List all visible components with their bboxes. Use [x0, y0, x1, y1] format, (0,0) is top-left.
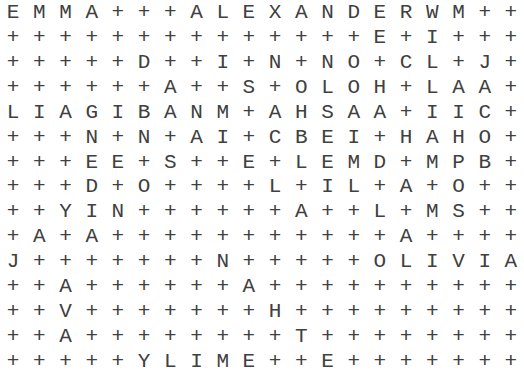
grid-cell-empty[interactable]: +: [0, 50, 26, 75]
grid-cell-empty[interactable]: +: [393, 150, 419, 175]
grid-cell-empty[interactable]: +: [52, 249, 78, 274]
grid-cell-empty[interactable]: +: [131, 25, 157, 50]
grid-cell-empty[interactable]: +: [131, 324, 157, 349]
grid-cell-empty[interactable]: +: [157, 274, 183, 299]
grid-cell-empty[interactable]: +: [236, 125, 262, 150]
grid-cell-empty[interactable]: +: [236, 25, 262, 50]
grid-cell-letter[interactable]: B: [288, 125, 314, 150]
grid-cell-empty[interactable]: +: [314, 324, 340, 349]
grid-cell-empty[interactable]: +: [0, 274, 26, 299]
grid-cell-letter[interactable]: C: [472, 100, 498, 125]
grid-cell-empty[interactable]: +: [79, 50, 105, 75]
grid-cell-letter[interactable]: J: [472, 50, 498, 75]
grid-cell-letter[interactable]: Y: [131, 349, 157, 374]
grid-cell-letter[interactable]: I: [105, 100, 131, 125]
grid-cell-empty[interactable]: +: [445, 50, 471, 75]
grid-cell-empty[interactable]: +: [105, 324, 131, 349]
grid-cell-empty[interactable]: +: [288, 299, 314, 324]
grid-cell-empty[interactable]: +: [419, 224, 445, 249]
grid-cell-empty[interactable]: +: [79, 299, 105, 324]
grid-cell-empty[interactable]: +: [445, 299, 471, 324]
grid-cell-empty[interactable]: +: [367, 324, 393, 349]
grid-cell-empty[interactable]: +: [26, 324, 52, 349]
grid-cell-empty[interactable]: +: [262, 274, 288, 299]
grid-cell-letter[interactable]: N: [79, 125, 105, 150]
grid-cell-letter[interactable]: B: [131, 100, 157, 125]
grid-cell-empty[interactable]: +: [367, 50, 393, 75]
grid-cell-letter[interactable]: B: [472, 150, 498, 175]
grid-cell-empty[interactable]: +: [0, 324, 26, 349]
grid-cell-empty[interactable]: +: [236, 50, 262, 75]
grid-cell-empty[interactable]: +: [367, 175, 393, 200]
grid-cell-empty[interactable]: +: [183, 50, 209, 75]
grid-cell-letter[interactable]: L: [0, 100, 26, 125]
grid-cell-letter[interactable]: I: [419, 25, 445, 50]
grid-cell-letter[interactable]: L: [210, 0, 236, 25]
grid-cell-empty[interactable]: +: [131, 199, 157, 224]
grid-cell-letter[interactable]: E: [236, 150, 262, 175]
grid-cell-empty[interactable]: +: [393, 274, 419, 299]
grid-cell-empty[interactable]: +: [157, 299, 183, 324]
grid-cell-empty[interactable]: +: [288, 50, 314, 75]
grid-cell-empty[interactable]: +: [210, 224, 236, 249]
grid-cell-empty[interactable]: +: [210, 274, 236, 299]
grid-cell-letter[interactable]: O: [367, 249, 393, 274]
grid-cell-empty[interactable]: +: [26, 50, 52, 75]
grid-cell-letter[interactable]: E: [79, 150, 105, 175]
grid-cell-empty[interactable]: +: [314, 274, 340, 299]
grid-cell-empty[interactable]: +: [367, 299, 393, 324]
grid-cell-empty[interactable]: +: [393, 299, 419, 324]
grid-cell-letter[interactable]: L: [419, 50, 445, 75]
grid-cell-empty[interactable]: +: [131, 150, 157, 175]
grid-cell-letter[interactable]: T: [288, 324, 314, 349]
grid-cell-letter[interactable]: I: [183, 349, 209, 374]
grid-cell-empty[interactable]: +: [52, 75, 78, 100]
grid-cell-empty[interactable]: +: [498, 75, 524, 100]
grid-cell-empty[interactable]: +: [131, 249, 157, 274]
grid-cell-letter[interactable]: N: [314, 50, 340, 75]
grid-cell-letter[interactable]: A: [183, 0, 209, 25]
grid-cell-empty[interactable]: +: [79, 274, 105, 299]
grid-cell-empty[interactable]: +: [341, 324, 367, 349]
grid-cell-letter[interactable]: M: [419, 199, 445, 224]
grid-cell-letter[interactable]: A: [288, 199, 314, 224]
grid-cell-empty[interactable]: +: [105, 224, 131, 249]
grid-cell-empty[interactable]: +: [105, 0, 131, 25]
grid-cell-letter[interactable]: G: [79, 100, 105, 125]
grid-cell-empty[interactable]: +: [445, 349, 471, 374]
grid-cell-letter[interactable]: L: [419, 75, 445, 100]
grid-cell-empty[interactable]: +: [236, 199, 262, 224]
grid-cell-empty[interactable]: +: [367, 349, 393, 374]
grid-cell-empty[interactable]: +: [341, 249, 367, 274]
grid-cell-letter[interactable]: A: [445, 75, 471, 100]
grid-cell-empty[interactable]: +: [472, 25, 498, 50]
grid-cell-letter[interactable]: A: [262, 100, 288, 125]
grid-cell-empty[interactable]: +: [26, 125, 52, 150]
grid-cell-empty[interactable]: +: [183, 75, 209, 100]
grid-cell-letter[interactable]: E: [314, 150, 340, 175]
grid-cell-empty[interactable]: +: [157, 50, 183, 75]
grid-cell-letter[interactable]: M: [341, 150, 367, 175]
grid-cell-letter[interactable]: A: [393, 224, 419, 249]
grid-cell-empty[interactable]: +: [393, 100, 419, 125]
grid-cell-empty[interactable]: +: [157, 324, 183, 349]
grid-cell-letter[interactable]: M: [52, 0, 78, 25]
grid-cell-letter[interactable]: Y: [52, 199, 78, 224]
grid-cell-empty[interactable]: +: [262, 349, 288, 374]
grid-cell-empty[interactable]: +: [393, 349, 419, 374]
grid-cell-empty[interactable]: +: [0, 199, 26, 224]
grid-cell-empty[interactable]: +: [419, 324, 445, 349]
grid-cell-letter[interactable]: E: [314, 349, 340, 374]
grid-cell-empty[interactable]: +: [498, 274, 524, 299]
grid-cell-empty[interactable]: +: [314, 199, 340, 224]
grid-cell-letter[interactable]: A: [236, 274, 262, 299]
grid-cell-letter[interactable]: A: [183, 125, 209, 150]
grid-cell-letter[interactable]: I: [314, 175, 340, 200]
grid-cell-letter[interactable]: N: [183, 100, 209, 125]
grid-cell-empty[interactable]: +: [498, 0, 524, 25]
grid-cell-empty[interactable]: +: [105, 299, 131, 324]
grid-cell-empty[interactable]: +: [157, 199, 183, 224]
grid-cell-empty[interactable]: +: [183, 199, 209, 224]
grid-cell-letter[interactable]: S: [236, 75, 262, 100]
grid-cell-empty[interactable]: +: [472, 349, 498, 374]
grid-cell-letter[interactable]: N: [210, 249, 236, 274]
grid-cell-empty[interactable]: +: [0, 175, 26, 200]
grid-cell-letter[interactable]: D: [341, 0, 367, 25]
grid-cell-letter[interactable]: H: [367, 75, 393, 100]
grid-cell-letter[interactable]: A: [52, 100, 78, 125]
grid-cell-empty[interactable]: +: [26, 199, 52, 224]
grid-cell-letter[interactable]: A: [419, 125, 445, 150]
grid-cell-empty[interactable]: +: [0, 25, 26, 50]
grid-cell-empty[interactable]: +: [419, 274, 445, 299]
grid-cell-empty[interactable]: +: [367, 125, 393, 150]
grid-cell-empty[interactable]: +: [472, 274, 498, 299]
grid-cell-empty[interactable]: +: [52, 125, 78, 150]
grid-cell-empty[interactable]: +: [288, 349, 314, 374]
grid-cell-letter[interactable]: O: [472, 125, 498, 150]
grid-cell-letter[interactable]: V: [445, 249, 471, 274]
grid-cell-empty[interactable]: +: [52, 150, 78, 175]
grid-cell-letter[interactable]: O: [288, 75, 314, 100]
grid-cell-empty[interactable]: +: [445, 25, 471, 50]
grid-cell-empty[interactable]: +: [498, 299, 524, 324]
grid-cell-letter[interactable]: H: [288, 100, 314, 125]
grid-cell-letter[interactable]: O: [341, 75, 367, 100]
grid-cell-empty[interactable]: +: [131, 75, 157, 100]
grid-cell-empty[interactable]: +: [210, 25, 236, 50]
grid-cell-letter[interactable]: D: [131, 50, 157, 75]
grid-cell-letter[interactable]: J: [0, 249, 26, 274]
grid-cell-letter[interactable]: W: [419, 0, 445, 25]
grid-cell-letter[interactable]: P: [445, 150, 471, 175]
grid-cell-empty[interactable]: +: [472, 175, 498, 200]
grid-cell-empty[interactable]: +: [52, 349, 78, 374]
grid-cell-letter[interactable]: M: [210, 100, 236, 125]
grid-cell-empty[interactable]: +: [26, 299, 52, 324]
grid-cell-letter[interactable]: A: [393, 175, 419, 200]
grid-cell-empty[interactable]: +: [183, 249, 209, 274]
grid-cell-empty[interactable]: +: [210, 299, 236, 324]
grid-cell-empty[interactable]: +: [157, 25, 183, 50]
grid-cell-empty[interactable]: +: [445, 274, 471, 299]
grid-cell-empty[interactable]: +: [26, 75, 52, 100]
grid-cell-empty[interactable]: +: [262, 75, 288, 100]
grid-cell-letter[interactable]: E: [314, 125, 340, 150]
grid-cell-letter[interactable]: H: [393, 125, 419, 150]
grid-cell-empty[interactable]: +: [183, 274, 209, 299]
grid-cell-empty[interactable]: +: [314, 224, 340, 249]
grid-cell-empty[interactable]: +: [183, 150, 209, 175]
grid-cell-letter[interactable]: A: [79, 0, 105, 25]
grid-cell-empty[interactable]: +: [393, 324, 419, 349]
grid-cell-empty[interactable]: +: [0, 150, 26, 175]
grid-cell-letter[interactable]: I: [472, 249, 498, 274]
grid-cell-letter[interactable]: A: [341, 100, 367, 125]
grid-cell-empty[interactable]: +: [52, 25, 78, 50]
grid-cell-letter[interactable]: M: [26, 0, 52, 25]
grid-cell-empty[interactable]: +: [445, 224, 471, 249]
grid-cell-letter[interactable]: S: [157, 150, 183, 175]
grid-cell-empty[interactable]: +: [183, 224, 209, 249]
grid-cell-empty[interactable]: +: [341, 224, 367, 249]
grid-cell-empty[interactable]: +: [341, 199, 367, 224]
grid-cell-empty[interactable]: +: [288, 224, 314, 249]
grid-cell-empty[interactable]: +: [419, 299, 445, 324]
grid-cell-letter[interactable]: N: [131, 125, 157, 150]
grid-cell-empty[interactable]: +: [419, 175, 445, 200]
grid-cell-empty[interactable]: +: [341, 274, 367, 299]
grid-cell-empty[interactable]: +: [341, 349, 367, 374]
grid-cell-empty[interactable]: +: [105, 25, 131, 50]
grid-cell-empty[interactable]: +: [498, 349, 524, 374]
grid-cell-empty[interactable]: +: [79, 249, 105, 274]
grid-cell-empty[interactable]: +: [314, 25, 340, 50]
grid-cell-empty[interactable]: +: [79, 324, 105, 349]
grid-cell-letter[interactable]: L: [288, 150, 314, 175]
grid-cell-letter[interactable]: R: [393, 0, 419, 25]
grid-cell-empty[interactable]: +: [26, 25, 52, 50]
grid-cell-letter[interactable]: L: [393, 249, 419, 274]
grid-cell-empty[interactable]: +: [472, 224, 498, 249]
grid-cell-letter[interactable]: I: [341, 125, 367, 150]
grid-cell-empty[interactable]: +: [262, 199, 288, 224]
grid-cell-empty[interactable]: +: [236, 224, 262, 249]
grid-cell-empty[interactable]: +: [472, 199, 498, 224]
grid-cell-empty[interactable]: +: [105, 249, 131, 274]
grid-cell-empty[interactable]: +: [341, 299, 367, 324]
grid-cell-letter[interactable]: S: [445, 199, 471, 224]
grid-cell-empty[interactable]: +: [183, 299, 209, 324]
grid-cell-empty[interactable]: +: [183, 25, 209, 50]
grid-cell-letter[interactable]: O: [131, 175, 157, 200]
grid-cell-empty[interactable]: +: [183, 175, 209, 200]
grid-cell-letter[interactable]: D: [79, 175, 105, 200]
grid-cell-letter[interactable]: X: [262, 0, 288, 25]
grid-cell-empty[interactable]: +: [393, 199, 419, 224]
grid-cell-empty[interactable]: +: [288, 274, 314, 299]
grid-cell-empty[interactable]: +: [498, 150, 524, 175]
grid-cell-letter[interactable]: I: [419, 100, 445, 125]
grid-cell-empty[interactable]: +: [262, 224, 288, 249]
grid-cell-empty[interactable]: +: [131, 224, 157, 249]
grid-cell-letter[interactable]: E: [236, 349, 262, 374]
grid-cell-empty[interactable]: +: [0, 299, 26, 324]
grid-cell-empty[interactable]: +: [236, 299, 262, 324]
grid-cell-letter[interactable]: L: [314, 75, 340, 100]
grid-cell-empty[interactable]: +: [26, 249, 52, 274]
grid-cell-letter[interactable]: L: [341, 175, 367, 200]
grid-cell-empty[interactable]: +: [288, 25, 314, 50]
grid-cell-empty[interactable]: +: [498, 224, 524, 249]
grid-cell-letter[interactable]: E: [236, 0, 262, 25]
grid-cell-letter[interactable]: I: [26, 100, 52, 125]
grid-cell-empty[interactable]: +: [131, 274, 157, 299]
grid-cell-empty[interactable]: +: [314, 299, 340, 324]
grid-cell-letter[interactable]: A: [472, 75, 498, 100]
grid-cell-empty[interactable]: +: [288, 175, 314, 200]
grid-cell-empty[interactable]: +: [183, 324, 209, 349]
grid-cell-letter[interactable]: O: [341, 50, 367, 75]
grid-cell-empty[interactable]: +: [498, 175, 524, 200]
grid-cell-letter[interactable]: V: [52, 299, 78, 324]
grid-cell-empty[interactable]: +: [26, 175, 52, 200]
grid-cell-letter[interactable]: A: [288, 0, 314, 25]
grid-cell-empty[interactable]: +: [498, 25, 524, 50]
grid-cell-empty[interactable]: +: [472, 299, 498, 324]
grid-cell-empty[interactable]: +: [236, 100, 262, 125]
grid-cell-letter[interactable]: D: [367, 150, 393, 175]
grid-cell-letter[interactable]: L: [157, 349, 183, 374]
grid-cell-empty[interactable]: +: [341, 25, 367, 50]
grid-cell-empty[interactable]: +: [0, 224, 26, 249]
grid-cell-letter[interactable]: A: [157, 100, 183, 125]
grid-cell-empty[interactable]: +: [262, 324, 288, 349]
grid-cell-empty[interactable]: +: [210, 175, 236, 200]
grid-cell-letter[interactable]: E: [367, 25, 393, 50]
grid-cell-empty[interactable]: +: [105, 75, 131, 100]
grid-cell-empty[interactable]: +: [79, 349, 105, 374]
grid-cell-letter[interactable]: A: [52, 324, 78, 349]
grid-cell-letter[interactable]: A: [79, 224, 105, 249]
grid-cell-letter[interactable]: M: [419, 150, 445, 175]
grid-cell-empty[interactable]: +: [236, 249, 262, 274]
grid-cell-empty[interactable]: +: [105, 175, 131, 200]
grid-cell-letter[interactable]: M: [445, 0, 471, 25]
grid-cell-empty[interactable]: +: [367, 274, 393, 299]
grid-cell-empty[interactable]: +: [393, 25, 419, 50]
grid-cell-empty[interactable]: +: [262, 249, 288, 274]
grid-cell-letter[interactable]: C: [393, 50, 419, 75]
grid-cell-empty[interactable]: +: [210, 75, 236, 100]
grid-cell-empty[interactable]: +: [262, 150, 288, 175]
grid-cell-empty[interactable]: +: [26, 349, 52, 374]
grid-cell-letter[interactable]: L: [367, 199, 393, 224]
grid-cell-empty[interactable]: +: [131, 0, 157, 25]
grid-cell-empty[interactable]: +: [210, 324, 236, 349]
grid-cell-letter[interactable]: I: [79, 199, 105, 224]
grid-cell-empty[interactable]: +: [445, 324, 471, 349]
grid-cell-letter[interactable]: N: [105, 199, 131, 224]
grid-cell-empty[interactable]: +: [472, 324, 498, 349]
grid-cell-empty[interactable]: +: [210, 199, 236, 224]
grid-cell-empty[interactable]: +: [210, 150, 236, 175]
grid-cell-empty[interactable]: +: [498, 125, 524, 150]
grid-cell-empty[interactable]: +: [157, 249, 183, 274]
grid-cell-empty[interactable]: +: [262, 25, 288, 50]
grid-cell-letter[interactable]: H: [262, 299, 288, 324]
grid-cell-empty[interactable]: +: [498, 199, 524, 224]
grid-cell-letter[interactable]: A: [52, 274, 78, 299]
grid-cell-letter[interactable]: E: [105, 150, 131, 175]
grid-cell-empty[interactable]: +: [26, 150, 52, 175]
grid-cell-letter[interactable]: N: [262, 50, 288, 75]
grid-cell-empty[interactable]: +: [157, 175, 183, 200]
grid-cell-empty[interactable]: +: [131, 299, 157, 324]
grid-cell-empty[interactable]: +: [105, 50, 131, 75]
grid-cell-letter[interactable]: A: [26, 224, 52, 249]
grid-cell-empty[interactable]: +: [314, 249, 340, 274]
grid-cell-letter[interactable]: E: [0, 0, 26, 25]
grid-cell-empty[interactable]: +: [0, 349, 26, 374]
grid-cell-empty[interactable]: +: [498, 100, 524, 125]
grid-cell-letter[interactable]: L: [262, 175, 288, 200]
grid-cell-empty[interactable]: +: [367, 224, 393, 249]
grid-cell-letter[interactable]: A: [367, 100, 393, 125]
grid-cell-letter[interactable]: O: [445, 175, 471, 200]
grid-cell-empty[interactable]: +: [52, 175, 78, 200]
grid-cell-letter[interactable]: N: [314, 0, 340, 25]
grid-cell-empty[interactable]: +: [105, 349, 131, 374]
grid-cell-empty[interactable]: +: [472, 0, 498, 25]
grid-cell-empty[interactable]: +: [79, 25, 105, 50]
grid-cell-empty[interactable]: +: [105, 274, 131, 299]
grid-cell-letter[interactable]: C: [262, 125, 288, 150]
grid-cell-letter[interactable]: H: [445, 125, 471, 150]
grid-cell-empty[interactable]: +: [288, 249, 314, 274]
grid-cell-empty[interactable]: +: [0, 125, 26, 150]
grid-cell-empty[interactable]: +: [79, 75, 105, 100]
grid-cell-empty[interactable]: +: [0, 75, 26, 100]
grid-cell-empty[interactable]: +: [157, 0, 183, 25]
grid-cell-empty[interactable]: +: [393, 75, 419, 100]
grid-cell-empty[interactable]: +: [419, 349, 445, 374]
grid-cell-letter[interactable]: S: [314, 100, 340, 125]
grid-cell-letter[interactable]: I: [445, 100, 471, 125]
grid-cell-letter[interactable]: A: [157, 75, 183, 100]
grid-cell-letter[interactable]: E: [367, 0, 393, 25]
grid-cell-empty[interactable]: +: [157, 224, 183, 249]
grid-cell-empty[interactable]: +: [52, 224, 78, 249]
grid-cell-empty[interactable]: +: [236, 324, 262, 349]
grid-cell-empty[interactable]: +: [105, 125, 131, 150]
grid-cell-empty[interactable]: +: [26, 274, 52, 299]
grid-cell-letter[interactable]: I: [210, 125, 236, 150]
grid-cell-letter[interactable]: I: [419, 249, 445, 274]
grid-cell-empty[interactable]: +: [52, 50, 78, 75]
grid-cell-empty[interactable]: +: [236, 175, 262, 200]
grid-cell-letter[interactable]: I: [210, 50, 236, 75]
grid-cell-letter[interactable]: A: [498, 249, 524, 274]
grid-cell-empty[interactable]: +: [498, 324, 524, 349]
grid-cell-letter[interactable]: M: [210, 349, 236, 374]
grid-cell-empty[interactable]: +: [498, 50, 524, 75]
grid-cell-empty[interactable]: +: [157, 125, 183, 150]
